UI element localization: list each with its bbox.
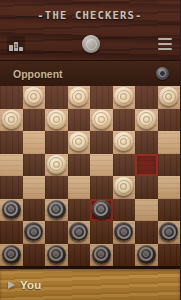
- square-r2c2: [23, 109, 46, 132]
- square-r7c7: [135, 221, 158, 244]
- square-r1c1: [0, 86, 23, 109]
- square-r3c8[interactable]: [158, 131, 181, 154]
- square-r6c4: [68, 199, 91, 222]
- square-r4c1[interactable]: [0, 154, 23, 177]
- square-r8c7[interactable]: [135, 244, 158, 267]
- black-piece[interactable]: [114, 222, 133, 241]
- square-r4c3[interactable]: [45, 154, 68, 177]
- black-piece[interactable]: [92, 245, 111, 264]
- square-r2c4: [68, 109, 91, 132]
- square-r6c8: [158, 199, 181, 222]
- checkers-app: -THE CHECKERS- 1 Opponent You: [0, 0, 180, 300]
- square-r8c8: [158, 244, 181, 267]
- opponent-piece-icon: [156, 67, 169, 80]
- square-r5c5: [90, 176, 113, 199]
- black-piece[interactable]: [69, 222, 88, 241]
- black-piece[interactable]: [47, 200, 66, 219]
- app-title: -THE CHECKERS-: [0, 0, 180, 21]
- square-r3c3: [45, 131, 68, 154]
- square-r8c2: [23, 244, 46, 267]
- white-piece[interactable]: [114, 87, 133, 106]
- black-piece[interactable]: [92, 200, 111, 219]
- square-r1c6[interactable]: [113, 86, 136, 109]
- square-r5c8[interactable]: [158, 176, 181, 199]
- opponent-label: Opponent: [13, 68, 63, 80]
- square-r1c7: [135, 86, 158, 109]
- square-r6c1[interactable]: [0, 199, 23, 222]
- square-r7c3: [45, 221, 68, 244]
- white-piece[interactable]: [92, 110, 111, 129]
- square-r2c8: [158, 109, 181, 132]
- square-r7c5: [90, 221, 113, 244]
- square-r4c2: [23, 154, 46, 177]
- opponent-bar: Opponent: [0, 60, 180, 86]
- square-r2c7[interactable]: [135, 109, 158, 132]
- checkers-board[interactable]: [0, 86, 180, 266]
- square-r4c4: [68, 154, 91, 177]
- square-r1c8[interactable]: [158, 86, 181, 109]
- black-piece[interactable]: [2, 200, 21, 219]
- black-piece[interactable]: [137, 245, 156, 264]
- square-r7c8[interactable]: [158, 221, 181, 244]
- square-r5c2[interactable]: [23, 176, 46, 199]
- square-r7c6[interactable]: [113, 221, 136, 244]
- square-r8c3[interactable]: [45, 244, 68, 267]
- black-piece[interactable]: [2, 245, 21, 264]
- podium-first-place-label: 1: [14, 42, 19, 51]
- white-piece[interactable]: [114, 132, 133, 151]
- square-r5c3: [45, 176, 68, 199]
- square-r7c1: [0, 221, 23, 244]
- toolbar: 1: [0, 33, 180, 55]
- square-r3c1: [0, 131, 23, 154]
- menu-button[interactable]: [157, 35, 173, 53]
- podium-icon: [9, 45, 13, 51]
- square-r5c6[interactable]: [113, 176, 136, 199]
- square-r2c3[interactable]: [45, 109, 68, 132]
- square-r1c2[interactable]: [23, 86, 46, 109]
- square-r1c4[interactable]: [68, 86, 91, 109]
- square-r5c7: [135, 176, 158, 199]
- black-piece[interactable]: [47, 245, 66, 264]
- white-piece[interactable]: [69, 87, 88, 106]
- white-piece[interactable]: [47, 155, 66, 174]
- square-r6c2: [23, 199, 46, 222]
- square-r3c2[interactable]: [23, 131, 46, 154]
- square-r3c4[interactable]: [68, 131, 91, 154]
- square-r2c1[interactable]: [0, 109, 23, 132]
- square-r6c5[interactable]: [90, 199, 113, 222]
- square-r8c5[interactable]: [90, 244, 113, 267]
- turn-indicator-icon: [8, 281, 15, 289]
- square-r8c1[interactable]: [0, 244, 23, 267]
- white-piece[interactable]: [137, 110, 156, 129]
- square-r4c5[interactable]: [90, 154, 113, 177]
- black-piece[interactable]: [24, 222, 43, 241]
- square-r6c7[interactable]: [135, 199, 158, 222]
- square-r2c6: [113, 109, 136, 132]
- square-r3c5: [90, 131, 113, 154]
- square-r3c7: [135, 131, 158, 154]
- square-r2c5[interactable]: [90, 109, 113, 132]
- podium-icon-right: [19, 47, 23, 51]
- white-piece[interactable]: [159, 87, 178, 106]
- you-bar: You: [0, 266, 180, 300]
- leaderboard-button[interactable]: 1: [7, 36, 25, 53]
- black-piece[interactable]: [159, 222, 178, 241]
- square-r5c4[interactable]: [68, 176, 91, 199]
- square-r8c6: [113, 244, 136, 267]
- hamburger-icon: [158, 38, 172, 40]
- square-r5c1: [0, 176, 23, 199]
- white-piece[interactable]: [69, 132, 88, 151]
- square-r6c6: [113, 199, 136, 222]
- square-r6c3[interactable]: [45, 199, 68, 222]
- white-piece[interactable]: [2, 110, 21, 129]
- white-piece[interactable]: [114, 177, 133, 196]
- square-r4c6: [113, 154, 136, 177]
- white-piece[interactable]: [24, 87, 43, 106]
- square-r1c5: [90, 86, 113, 109]
- square-r8c4: [68, 244, 91, 267]
- square-r4c7[interactable]: [135, 154, 158, 177]
- square-r7c4[interactable]: [68, 221, 91, 244]
- white-piece[interactable]: [47, 110, 66, 129]
- top-bar: -THE CHECKERS- 1: [0, 0, 180, 60]
- square-r7c2[interactable]: [23, 221, 46, 244]
- square-r1c3: [45, 86, 68, 109]
- checker-piece-icon[interactable]: [82, 35, 100, 53]
- square-r4c8: [158, 154, 181, 177]
- you-label: You: [20, 279, 41, 291]
- square-r3c6[interactable]: [113, 131, 136, 154]
